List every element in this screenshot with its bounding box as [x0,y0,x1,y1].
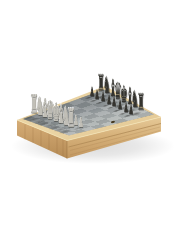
chess-set-product-photo: ♜♞♝♛♚♝♞♜♟♟♟♟♟♟♟♟♟♟♟♟♟♟♟♟♜♞♝♛♚♝♞♜ [0,0,180,227]
